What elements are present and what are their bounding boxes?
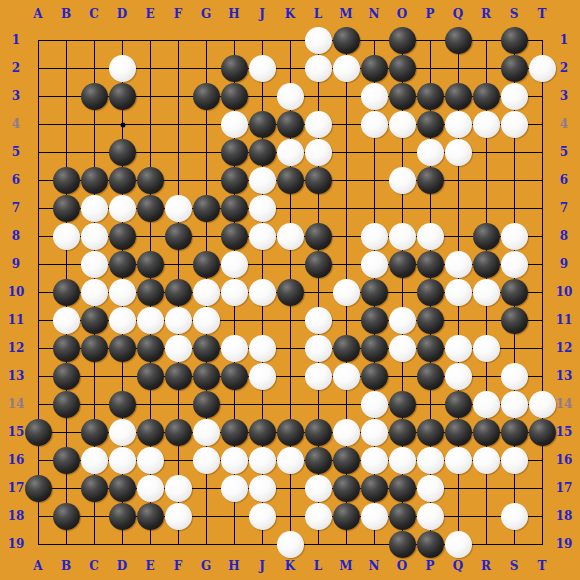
intersection-S13[interactable] xyxy=(500,362,528,390)
intersection-Q18[interactable] xyxy=(444,502,472,530)
intersection-O10[interactable] xyxy=(388,278,416,306)
intersection-G9[interactable] xyxy=(192,250,220,278)
intersection-B8[interactable] xyxy=(52,222,80,250)
intersection-D13[interactable] xyxy=(108,362,136,390)
intersection-E9[interactable] xyxy=(136,250,164,278)
intersection-H2[interactable] xyxy=(220,54,248,82)
intersection-E12[interactable] xyxy=(136,334,164,362)
intersection-G19[interactable] xyxy=(192,530,220,558)
intersection-G11[interactable] xyxy=(192,306,220,334)
intersection-M11[interactable] xyxy=(332,306,360,334)
intersection-S8[interactable] xyxy=(500,222,528,250)
intersection-A5[interactable] xyxy=(24,138,52,166)
intersection-R6[interactable] xyxy=(472,166,500,194)
intersection-B18[interactable] xyxy=(52,502,80,530)
intersection-B19[interactable] xyxy=(52,530,80,558)
intersection-P16[interactable] xyxy=(416,446,444,474)
intersection-O7[interactable] xyxy=(388,194,416,222)
intersection-R2[interactable] xyxy=(472,54,500,82)
intersection-L15[interactable] xyxy=(304,418,332,446)
intersection-Q6[interactable] xyxy=(444,166,472,194)
intersection-B12[interactable] xyxy=(52,334,80,362)
intersection-R18[interactable] xyxy=(472,502,500,530)
intersection-K1[interactable] xyxy=(276,26,304,54)
intersection-N2[interactable] xyxy=(360,54,388,82)
intersection-D14[interactable] xyxy=(108,390,136,418)
intersection-B11[interactable] xyxy=(52,306,80,334)
intersection-A16[interactable] xyxy=(24,446,52,474)
intersection-A6[interactable] xyxy=(24,166,52,194)
intersection-L11[interactable] xyxy=(304,306,332,334)
intersection-R17[interactable] xyxy=(472,474,500,502)
intersection-M16[interactable] xyxy=(332,446,360,474)
intersection-D1[interactable] xyxy=(108,26,136,54)
intersection-R5[interactable] xyxy=(472,138,500,166)
intersection-C13[interactable] xyxy=(80,362,108,390)
intersection-O14[interactable] xyxy=(388,390,416,418)
intersection-M10[interactable] xyxy=(332,278,360,306)
intersection-S15[interactable] xyxy=(500,418,528,446)
intersection-O4[interactable] xyxy=(388,110,416,138)
intersection-L19[interactable] xyxy=(304,530,332,558)
intersection-C3[interactable] xyxy=(80,82,108,110)
intersection-T6[interactable] xyxy=(528,166,556,194)
intersection-O18[interactable] xyxy=(388,502,416,530)
intersection-K4[interactable] xyxy=(276,110,304,138)
intersection-K12[interactable] xyxy=(276,334,304,362)
intersection-P13[interactable] xyxy=(416,362,444,390)
intersection-T2[interactable] xyxy=(528,54,556,82)
intersection-E13[interactable] xyxy=(136,362,164,390)
intersection-P9[interactable] xyxy=(416,250,444,278)
intersection-B1[interactable] xyxy=(52,26,80,54)
intersection-B16[interactable] xyxy=(52,446,80,474)
intersection-O16[interactable] xyxy=(388,446,416,474)
intersection-R3[interactable] xyxy=(472,82,500,110)
intersection-E3[interactable] xyxy=(136,82,164,110)
intersection-F5[interactable] xyxy=(164,138,192,166)
intersection-Q19[interactable] xyxy=(444,530,472,558)
intersection-E1[interactable] xyxy=(136,26,164,54)
intersection-P5[interactable] xyxy=(416,138,444,166)
intersection-A4[interactable] xyxy=(24,110,52,138)
intersection-B7[interactable] xyxy=(52,194,80,222)
intersection-C17[interactable] xyxy=(80,474,108,502)
intersection-J11[interactable] xyxy=(248,306,276,334)
intersection-K7[interactable] xyxy=(276,194,304,222)
intersection-C7[interactable] xyxy=(80,194,108,222)
intersection-H17[interactable] xyxy=(220,474,248,502)
intersection-Q3[interactable] xyxy=(444,82,472,110)
intersection-Q10[interactable] xyxy=(444,278,472,306)
intersection-K17[interactable] xyxy=(276,474,304,502)
intersection-G13[interactable] xyxy=(192,362,220,390)
intersection-D16[interactable] xyxy=(108,446,136,474)
intersection-Q15[interactable] xyxy=(444,418,472,446)
intersection-C1[interactable] xyxy=(80,26,108,54)
intersection-P10[interactable] xyxy=(416,278,444,306)
intersection-H15[interactable] xyxy=(220,418,248,446)
intersection-E15[interactable] xyxy=(136,418,164,446)
intersection-C11[interactable] xyxy=(80,306,108,334)
intersection-O19[interactable] xyxy=(388,530,416,558)
intersection-K3[interactable] xyxy=(276,82,304,110)
intersection-M1[interactable] xyxy=(332,26,360,54)
intersection-E8[interactable] xyxy=(136,222,164,250)
intersection-K8[interactable] xyxy=(276,222,304,250)
intersection-C14[interactable] xyxy=(80,390,108,418)
intersection-N16[interactable] xyxy=(360,446,388,474)
intersection-O3[interactable] xyxy=(388,82,416,110)
intersection-T15[interactable] xyxy=(528,418,556,446)
intersection-N8[interactable] xyxy=(360,222,388,250)
intersection-N7[interactable] xyxy=(360,194,388,222)
intersection-F19[interactable] xyxy=(164,530,192,558)
intersection-G4[interactable] xyxy=(192,110,220,138)
intersection-O12[interactable] xyxy=(388,334,416,362)
intersection-Q8[interactable] xyxy=(444,222,472,250)
intersection-M7[interactable] xyxy=(332,194,360,222)
intersection-P19[interactable] xyxy=(416,530,444,558)
intersection-C12[interactable] xyxy=(80,334,108,362)
intersection-M9[interactable] xyxy=(332,250,360,278)
intersection-Q16[interactable] xyxy=(444,446,472,474)
intersection-L5[interactable] xyxy=(304,138,332,166)
intersection-Q7[interactable] xyxy=(444,194,472,222)
intersection-Q2[interactable] xyxy=(444,54,472,82)
intersection-S17[interactable] xyxy=(500,474,528,502)
intersection-N15[interactable] xyxy=(360,418,388,446)
intersection-D7[interactable] xyxy=(108,194,136,222)
intersection-N17[interactable] xyxy=(360,474,388,502)
intersection-G8[interactable] xyxy=(192,222,220,250)
intersection-B14[interactable] xyxy=(52,390,80,418)
intersection-H18[interactable] xyxy=(220,502,248,530)
intersection-T16[interactable] xyxy=(528,446,556,474)
intersection-H3[interactable] xyxy=(220,82,248,110)
intersection-F16[interactable] xyxy=(164,446,192,474)
intersection-K9[interactable] xyxy=(276,250,304,278)
intersection-J1[interactable] xyxy=(248,26,276,54)
intersection-T7[interactable] xyxy=(528,194,556,222)
intersection-P8[interactable] xyxy=(416,222,444,250)
intersection-D9[interactable] xyxy=(108,250,136,278)
intersection-G2[interactable] xyxy=(192,54,220,82)
intersection-B13[interactable] xyxy=(52,362,80,390)
intersection-G10[interactable] xyxy=(192,278,220,306)
intersection-M3[interactable] xyxy=(332,82,360,110)
intersection-F10[interactable] xyxy=(164,278,192,306)
intersection-H9[interactable] xyxy=(220,250,248,278)
intersection-T17[interactable] xyxy=(528,474,556,502)
intersection-J15[interactable] xyxy=(248,418,276,446)
intersection-G15[interactable] xyxy=(192,418,220,446)
intersection-J3[interactable] xyxy=(248,82,276,110)
intersection-C8[interactable] xyxy=(80,222,108,250)
intersection-N14[interactable] xyxy=(360,390,388,418)
intersection-H14[interactable] xyxy=(220,390,248,418)
intersection-R19[interactable] xyxy=(472,530,500,558)
intersection-S5[interactable] xyxy=(500,138,528,166)
intersection-C9[interactable] xyxy=(80,250,108,278)
intersection-R13[interactable] xyxy=(472,362,500,390)
intersection-K5[interactable] xyxy=(276,138,304,166)
intersection-J18[interactable] xyxy=(248,502,276,530)
intersection-O11[interactable] xyxy=(388,306,416,334)
intersection-R11[interactable] xyxy=(472,306,500,334)
intersection-A15[interactable] xyxy=(24,418,52,446)
intersection-B10[interactable] xyxy=(52,278,80,306)
intersection-A17[interactable] xyxy=(24,474,52,502)
intersection-D6[interactable] xyxy=(108,166,136,194)
intersection-G12[interactable] xyxy=(192,334,220,362)
intersection-E16[interactable] xyxy=(136,446,164,474)
intersection-M12[interactable] xyxy=(332,334,360,362)
intersection-Q9[interactable] xyxy=(444,250,472,278)
intersection-A18[interactable] xyxy=(24,502,52,530)
intersection-A3[interactable] xyxy=(24,82,52,110)
intersection-N19[interactable] xyxy=(360,530,388,558)
intersection-D2[interactable] xyxy=(108,54,136,82)
intersection-G16[interactable] xyxy=(192,446,220,474)
intersection-S9[interactable] xyxy=(500,250,528,278)
intersection-L2[interactable] xyxy=(304,54,332,82)
intersection-G1[interactable] xyxy=(192,26,220,54)
intersection-P17[interactable] xyxy=(416,474,444,502)
intersection-M17[interactable] xyxy=(332,474,360,502)
intersection-T4[interactable] xyxy=(528,110,556,138)
intersection-S14[interactable] xyxy=(500,390,528,418)
intersection-M19[interactable] xyxy=(332,530,360,558)
intersection-N9[interactable] xyxy=(360,250,388,278)
intersection-T10[interactable] xyxy=(528,278,556,306)
intersection-S12[interactable] xyxy=(500,334,528,362)
intersection-T14[interactable] xyxy=(528,390,556,418)
intersection-N13[interactable] xyxy=(360,362,388,390)
intersection-S2[interactable] xyxy=(500,54,528,82)
intersection-N5[interactable] xyxy=(360,138,388,166)
intersection-F15[interactable] xyxy=(164,418,192,446)
intersection-J8[interactable] xyxy=(248,222,276,250)
intersection-A11[interactable] xyxy=(24,306,52,334)
intersection-M4[interactable] xyxy=(332,110,360,138)
intersection-A1[interactable] xyxy=(24,26,52,54)
intersection-E5[interactable] xyxy=(136,138,164,166)
intersection-J10[interactable] xyxy=(248,278,276,306)
intersection-H6[interactable] xyxy=(220,166,248,194)
intersection-N1[interactable] xyxy=(360,26,388,54)
intersection-N11[interactable] xyxy=(360,306,388,334)
intersection-L12[interactable] xyxy=(304,334,332,362)
intersection-J12[interactable] xyxy=(248,334,276,362)
intersection-H5[interactable] xyxy=(220,138,248,166)
intersection-P15[interactable] xyxy=(416,418,444,446)
intersection-P11[interactable] xyxy=(416,306,444,334)
intersection-K13[interactable] xyxy=(276,362,304,390)
intersection-E17[interactable] xyxy=(136,474,164,502)
intersection-L14[interactable] xyxy=(304,390,332,418)
intersection-L1[interactable] xyxy=(304,26,332,54)
intersection-T9[interactable] xyxy=(528,250,556,278)
intersection-N6[interactable] xyxy=(360,166,388,194)
intersection-L18[interactable] xyxy=(304,502,332,530)
intersection-O6[interactable] xyxy=(388,166,416,194)
intersection-L13[interactable] xyxy=(304,362,332,390)
intersection-H1[interactable] xyxy=(220,26,248,54)
intersection-J13[interactable] xyxy=(248,362,276,390)
intersection-P12[interactable] xyxy=(416,334,444,362)
intersection-L6[interactable] xyxy=(304,166,332,194)
intersection-H13[interactable] xyxy=(220,362,248,390)
intersection-D3[interactable] xyxy=(108,82,136,110)
intersection-D5[interactable] xyxy=(108,138,136,166)
intersection-N10[interactable] xyxy=(360,278,388,306)
intersection-S16[interactable] xyxy=(500,446,528,474)
intersection-A8[interactable] xyxy=(24,222,52,250)
intersection-K10[interactable] xyxy=(276,278,304,306)
intersection-D15[interactable] xyxy=(108,418,136,446)
intersection-G14[interactable] xyxy=(192,390,220,418)
intersection-R10[interactable] xyxy=(472,278,500,306)
intersection-A10[interactable] xyxy=(24,278,52,306)
intersection-J16[interactable] xyxy=(248,446,276,474)
intersection-K19[interactable] xyxy=(276,530,304,558)
intersection-R16[interactable] xyxy=(472,446,500,474)
intersection-L3[interactable] xyxy=(304,82,332,110)
intersection-F17[interactable] xyxy=(164,474,192,502)
intersection-R15[interactable] xyxy=(472,418,500,446)
intersection-K14[interactable] xyxy=(276,390,304,418)
intersection-D11[interactable] xyxy=(108,306,136,334)
intersection-M15[interactable] xyxy=(332,418,360,446)
intersection-S4[interactable] xyxy=(500,110,528,138)
intersection-H4[interactable] xyxy=(220,110,248,138)
intersection-A2[interactable] xyxy=(24,54,52,82)
intersection-H19[interactable] xyxy=(220,530,248,558)
intersection-B17[interactable] xyxy=(52,474,80,502)
intersection-L8[interactable] xyxy=(304,222,332,250)
intersection-T19[interactable] xyxy=(528,530,556,558)
intersection-B2[interactable] xyxy=(52,54,80,82)
intersection-G7[interactable] xyxy=(192,194,220,222)
intersection-F7[interactable] xyxy=(164,194,192,222)
intersection-O1[interactable] xyxy=(388,26,416,54)
intersection-D8[interactable] xyxy=(108,222,136,250)
intersection-E7[interactable] xyxy=(136,194,164,222)
intersection-F18[interactable] xyxy=(164,502,192,530)
intersection-J7[interactable] xyxy=(248,194,276,222)
intersection-H7[interactable] xyxy=(220,194,248,222)
intersection-E18[interactable] xyxy=(136,502,164,530)
intersection-B9[interactable] xyxy=(52,250,80,278)
intersection-C10[interactable] xyxy=(80,278,108,306)
intersection-F6[interactable] xyxy=(164,166,192,194)
intersection-G17[interactable] xyxy=(192,474,220,502)
intersection-H8[interactable] xyxy=(220,222,248,250)
intersection-G3[interactable] xyxy=(192,82,220,110)
intersection-T18[interactable] xyxy=(528,502,556,530)
intersection-L17[interactable] xyxy=(304,474,332,502)
intersection-K15[interactable] xyxy=(276,418,304,446)
intersection-E14[interactable] xyxy=(136,390,164,418)
intersection-S6[interactable] xyxy=(500,166,528,194)
intersection-M14[interactable] xyxy=(332,390,360,418)
intersection-F13[interactable] xyxy=(164,362,192,390)
intersection-J2[interactable] xyxy=(248,54,276,82)
intersection-A7[interactable] xyxy=(24,194,52,222)
intersection-R9[interactable] xyxy=(472,250,500,278)
intersection-C5[interactable] xyxy=(80,138,108,166)
intersection-E19[interactable] xyxy=(136,530,164,558)
intersection-T8[interactable] xyxy=(528,222,556,250)
intersection-T3[interactable] xyxy=(528,82,556,110)
intersection-R14[interactable] xyxy=(472,390,500,418)
intersection-F14[interactable] xyxy=(164,390,192,418)
intersection-B15[interactable] xyxy=(52,418,80,446)
intersection-B3[interactable] xyxy=(52,82,80,110)
intersection-O5[interactable] xyxy=(388,138,416,166)
intersection-G5[interactable] xyxy=(192,138,220,166)
intersection-K6[interactable] xyxy=(276,166,304,194)
intersection-F8[interactable] xyxy=(164,222,192,250)
intersection-J4[interactable] xyxy=(248,110,276,138)
intersection-H16[interactable] xyxy=(220,446,248,474)
intersection-H10[interactable] xyxy=(220,278,248,306)
intersection-T13[interactable] xyxy=(528,362,556,390)
intersection-N12[interactable] xyxy=(360,334,388,362)
intersection-N18[interactable] xyxy=(360,502,388,530)
intersection-T12[interactable] xyxy=(528,334,556,362)
intersection-R7[interactable] xyxy=(472,194,500,222)
intersection-P1[interactable] xyxy=(416,26,444,54)
intersection-Q4[interactable] xyxy=(444,110,472,138)
intersection-A19[interactable] xyxy=(24,530,52,558)
intersection-M18[interactable] xyxy=(332,502,360,530)
intersection-Q1[interactable] xyxy=(444,26,472,54)
intersection-O2[interactable] xyxy=(388,54,416,82)
intersection-F11[interactable] xyxy=(164,306,192,334)
intersection-S18[interactable] xyxy=(500,502,528,530)
intersection-J17[interactable] xyxy=(248,474,276,502)
intersection-M8[interactable] xyxy=(332,222,360,250)
intersection-H12[interactable] xyxy=(220,334,248,362)
intersection-P6[interactable] xyxy=(416,166,444,194)
intersection-C15[interactable] xyxy=(80,418,108,446)
intersection-S10[interactable] xyxy=(500,278,528,306)
intersection-J5[interactable] xyxy=(248,138,276,166)
intersection-J9[interactable] xyxy=(248,250,276,278)
intersection-M2[interactable] xyxy=(332,54,360,82)
intersection-P3[interactable] xyxy=(416,82,444,110)
intersection-F2[interactable] xyxy=(164,54,192,82)
intersection-K18[interactable] xyxy=(276,502,304,530)
intersection-B6[interactable] xyxy=(52,166,80,194)
intersection-O9[interactable] xyxy=(388,250,416,278)
intersection-A14[interactable] xyxy=(24,390,52,418)
intersection-L9[interactable] xyxy=(304,250,332,278)
intersection-D17[interactable] xyxy=(108,474,136,502)
intersection-E2[interactable] xyxy=(136,54,164,82)
intersection-K11[interactable] xyxy=(276,306,304,334)
intersection-N4[interactable] xyxy=(360,110,388,138)
intersection-H11[interactable] xyxy=(220,306,248,334)
intersection-Q17[interactable] xyxy=(444,474,472,502)
intersection-A12[interactable] xyxy=(24,334,52,362)
intersection-F1[interactable] xyxy=(164,26,192,54)
intersection-G6[interactable] xyxy=(192,166,220,194)
intersection-B4[interactable] xyxy=(52,110,80,138)
intersection-J6[interactable] xyxy=(248,166,276,194)
